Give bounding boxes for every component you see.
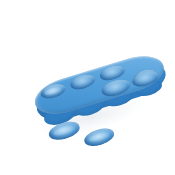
- mold-cavity: [68, 72, 97, 93]
- mold-cavity: [39, 81, 68, 101]
- product-photo: [0, 0, 175, 175]
